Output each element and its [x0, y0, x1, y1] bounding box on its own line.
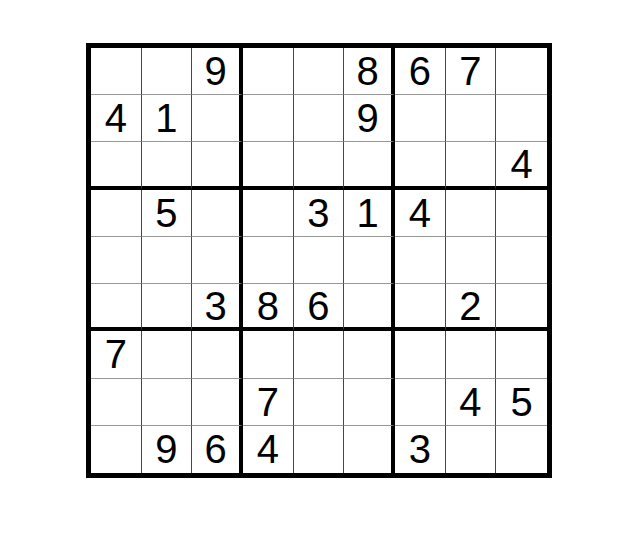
cell-r8c8: 4: [446, 379, 497, 426]
cell-r1c2[interactable]: [142, 48, 193, 95]
cell-r3c6[interactable]: [344, 142, 395, 189]
cell-r3c1[interactable]: [91, 142, 142, 189]
cell-r6c8: 2: [446, 284, 497, 331]
cell-r8c4: 7: [243, 379, 294, 426]
cell-r3c9: 4: [496, 142, 547, 189]
cell-r1c6: 8: [344, 48, 395, 95]
sudoku-board: 986741945314386277459643: [86, 43, 552, 478]
cell-r8c7[interactable]: [395, 379, 446, 426]
cell-r6c1[interactable]: [91, 284, 142, 331]
cell-r7c9[interactable]: [496, 331, 547, 378]
cell-r7c1: 7: [91, 331, 142, 378]
cell-r8c9: 5: [496, 379, 547, 426]
cell-r9c3: 6: [192, 426, 243, 473]
cell-r4c5: 3: [294, 190, 345, 237]
cell-r6c5: 6: [294, 284, 345, 331]
cell-r4c8[interactable]: [446, 190, 497, 237]
cell-r2c6: 9: [344, 95, 395, 142]
cell-r3c7[interactable]: [395, 142, 446, 189]
cell-r1c8: 7: [446, 48, 497, 95]
cell-r4c1[interactable]: [91, 190, 142, 237]
cell-r6c2[interactable]: [142, 284, 193, 331]
cell-r5c6[interactable]: [344, 237, 395, 284]
cell-r9c1[interactable]: [91, 426, 142, 473]
cell-r2c8[interactable]: [446, 95, 497, 142]
cell-r7c2[interactable]: [142, 331, 193, 378]
cell-r5c5[interactable]: [294, 237, 345, 284]
cell-r9c5[interactable]: [294, 426, 345, 473]
cell-r2c2: 1: [142, 95, 193, 142]
cell-r3c8[interactable]: [446, 142, 497, 189]
cell-r1c7: 6: [395, 48, 446, 95]
cell-r9c8[interactable]: [446, 426, 497, 473]
cell-r7c3[interactable]: [192, 331, 243, 378]
cell-r1c1[interactable]: [91, 48, 142, 95]
cell-r9c9[interactable]: [496, 426, 547, 473]
cell-r7c4[interactable]: [243, 331, 294, 378]
cell-r5c9[interactable]: [496, 237, 547, 284]
cell-r9c7: 3: [395, 426, 446, 473]
cell-r6c9[interactable]: [496, 284, 547, 331]
cell-r7c7[interactable]: [395, 331, 446, 378]
cell-r3c3[interactable]: [192, 142, 243, 189]
cell-r4c2: 5: [142, 190, 193, 237]
cell-r4c7: 4: [395, 190, 446, 237]
cell-r5c4[interactable]: [243, 237, 294, 284]
cell-r7c6[interactable]: [344, 331, 395, 378]
cell-r1c9[interactable]: [496, 48, 547, 95]
cell-r9c4: 4: [243, 426, 294, 473]
cell-r5c2[interactable]: [142, 237, 193, 284]
cell-r8c5[interactable]: [294, 379, 345, 426]
cell-r6c6[interactable]: [344, 284, 395, 331]
cell-r8c6[interactable]: [344, 379, 395, 426]
cell-r9c2: 9: [142, 426, 193, 473]
cell-r5c3[interactable]: [192, 237, 243, 284]
cell-r2c9[interactable]: [496, 95, 547, 142]
cell-r5c1[interactable]: [91, 237, 142, 284]
cell-r4c3[interactable]: [192, 190, 243, 237]
cell-r3c5[interactable]: [294, 142, 345, 189]
cell-r2c3[interactable]: [192, 95, 243, 142]
cell-r2c1: 4: [91, 95, 142, 142]
cell-r6c4: 8: [243, 284, 294, 331]
cell-r7c5[interactable]: [294, 331, 345, 378]
cell-r8c2[interactable]: [142, 379, 193, 426]
cell-r7c8[interactable]: [446, 331, 497, 378]
cell-r8c1[interactable]: [91, 379, 142, 426]
cell-r4c9[interactable]: [496, 190, 547, 237]
cell-r4c6: 1: [344, 190, 395, 237]
cell-r2c4[interactable]: [243, 95, 294, 142]
page-background: 986741945314386277459643: [0, 0, 640, 540]
cell-r1c5[interactable]: [294, 48, 345, 95]
cell-r5c8[interactable]: [446, 237, 497, 284]
cell-r3c4[interactable]: [243, 142, 294, 189]
cell-r6c3: 3: [192, 284, 243, 331]
cell-r5c7[interactable]: [395, 237, 446, 284]
cell-r1c3: 9: [192, 48, 243, 95]
cell-r2c7[interactable]: [395, 95, 446, 142]
cell-r1c4[interactable]: [243, 48, 294, 95]
cell-r9c6[interactable]: [344, 426, 395, 473]
cell-r3c2[interactable]: [142, 142, 193, 189]
cell-r6c7[interactable]: [395, 284, 446, 331]
cell-r4c4[interactable]: [243, 190, 294, 237]
cell-r2c5[interactable]: [294, 95, 345, 142]
cell-r8c3[interactable]: [192, 379, 243, 426]
